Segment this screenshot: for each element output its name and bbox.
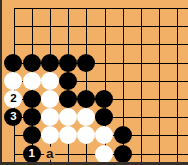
black-stone [59,90,77,108]
board-point [150,108,168,126]
board-point [114,0,132,17]
board-point: 2 [4,90,22,108]
board-point [77,126,95,144]
board-point [41,108,59,126]
board-point [132,53,150,71]
white-stone [4,72,22,90]
board-point [59,17,77,35]
board-point: 1 [23,144,41,162]
point-label-a: a [44,146,56,160]
board-point [23,17,41,35]
board-point [150,53,168,71]
black-stone [23,108,41,126]
board-point [114,17,132,35]
black-stone [23,126,41,144]
board-point [95,144,113,162]
board-point [23,53,41,71]
board-point [23,90,41,108]
board-point [168,0,186,17]
board-point [59,0,77,17]
board-point [4,17,22,35]
black-stone-move-3: 3 [4,108,22,126]
black-stone [59,72,77,90]
board-point [4,35,22,53]
board-point: a [41,144,59,162]
board-point [150,90,168,108]
board-point [150,144,168,162]
board-point [77,72,95,90]
board-point [168,90,186,108]
board-point [4,72,22,90]
board-point [168,53,186,71]
board-point [95,35,113,53]
board-point [95,126,113,144]
board-point [41,35,59,53]
black-stone [59,54,77,72]
board-point [4,144,22,162]
black-stone [95,90,113,108]
board-point [168,126,186,144]
board-point [114,72,132,90]
board-point [23,35,41,53]
board-point [132,0,150,17]
board-point [95,0,113,17]
board-point [41,53,59,71]
white-stone [41,108,59,126]
board-point [114,126,132,144]
board-point [23,0,41,17]
black-stone-move-1: 1 [23,145,41,163]
board-point [77,108,95,126]
board-point [59,126,77,144]
board-point [150,17,168,35]
board-point [41,17,59,35]
board-point [132,126,150,144]
board-point [114,35,132,53]
black-stone [77,54,95,72]
board-point [77,17,95,35]
white-stone-move-2: 2 [4,90,22,108]
board-point [168,72,186,90]
board-point [23,72,41,90]
board-point [95,17,113,35]
board-point [95,90,113,108]
black-stone [41,54,59,72]
board-point [4,126,22,144]
board-point [59,108,77,126]
black-stone [77,90,95,108]
go-diagram: 231a [0,0,188,165]
board-point [150,35,168,53]
black-stone [23,54,41,72]
board-point [77,0,95,17]
board-point [132,144,150,162]
white-stone [41,126,59,144]
board-point: 3 [4,108,22,126]
board-point [41,72,59,90]
board-point [77,35,95,53]
black-stone [95,108,113,126]
board-point [114,108,132,126]
stones-grid: 231a [4,0,186,163]
board-point [23,108,41,126]
white-stone [41,72,59,90]
board-point [59,53,77,71]
board-point [132,72,150,90]
board-point [168,144,186,162]
board-point [4,0,22,17]
white-stone [59,126,77,144]
board-point [41,126,59,144]
board-point [95,53,113,71]
board-point [23,126,41,144]
go-board: 231a [0,0,188,165]
board-point [132,108,150,126]
board-point [59,144,77,162]
board-point [150,72,168,90]
board-point [150,126,168,144]
white-stone [77,126,95,144]
black-stone [114,126,132,144]
board-point [114,53,132,71]
board-point [41,90,59,108]
board-point [132,17,150,35]
white-stone [77,108,95,126]
board-point [132,90,150,108]
board-point [150,0,168,17]
board-point [77,53,95,71]
board-point [114,90,132,108]
board-point [77,90,95,108]
white-stone [41,90,59,108]
board-point [168,17,186,35]
board-point [168,35,186,53]
board-point [95,72,113,90]
board-point [77,144,95,162]
board-point [59,35,77,53]
board-point [168,108,186,126]
board-point [41,0,59,17]
board-point [59,72,77,90]
white-stone [95,145,113,163]
board-point [114,144,132,162]
black-stone [114,145,132,163]
white-stone [95,126,113,144]
board-point [95,108,113,126]
board-point [132,35,150,53]
white-stone [59,108,77,126]
black-stone [23,90,41,108]
white-stone [23,72,41,90]
board-point [59,90,77,108]
black-stone [4,54,22,72]
board-point [4,53,22,71]
